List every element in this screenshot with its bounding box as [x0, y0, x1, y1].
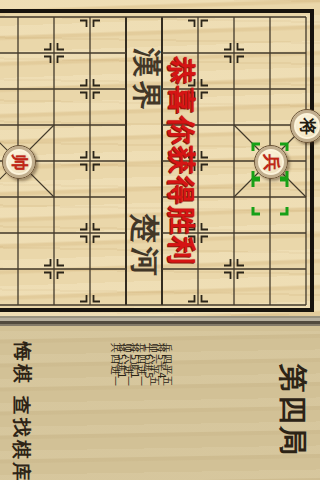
- piece-red-general[interactable]: 帅: [2, 145, 36, 179]
- xiangqi-app-screen: 帅兵将 漢界 楚河 恭喜你获得胜利 悔棋 查找棋库 兵四进一将5进1帅六进一将5…: [0, 0, 320, 480]
- piece-black-general[interactable]: 将: [290, 109, 320, 143]
- move-entry: 兵四平五: [164, 343, 171, 413]
- undo-move-button[interactable]: 悔棋: [9, 342, 35, 386]
- river-label-chu: 楚河: [124, 214, 164, 280]
- search-library-button[interactable]: 查找棋库: [8, 396, 34, 480]
- victory-banner: 恭喜你获得胜利: [162, 56, 200, 266]
- board-panel-divider: [0, 316, 320, 331]
- piece-glyph: 帅: [11, 154, 28, 171]
- side-panel: 悔棋 查找棋库 兵四进一将5进1帅六进一将5退1兵四进一士6进5帅六平五将5平4…: [0, 331, 320, 480]
- round-title: 第四局: [272, 364, 312, 457]
- piece-glyph: 兵: [263, 154, 280, 171]
- move-list: 兵四进一将5进1帅六进一将5退1兵四进一士6进5帅六平五将5平4兵四平五: [111, 343, 170, 413]
- river-label-han: 漢界: [126, 48, 166, 114]
- piece-red-soldier[interactable]: 兵: [254, 145, 288, 179]
- xiangqi-board[interactable]: 帅兵将 漢界 楚河 恭喜你获得胜利: [0, 0, 320, 316]
- piece-glyph: 将: [299, 118, 316, 135]
